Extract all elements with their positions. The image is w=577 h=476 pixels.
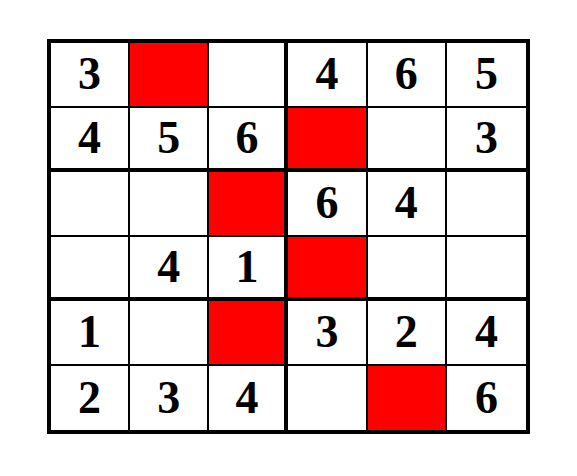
cell-r5c6[interactable]: 4 (447, 301, 526, 366)
cell-r6c4[interactable] (288, 366, 367, 431)
blocked-cell-r3c3 (209, 172, 288, 237)
cell-r4c3[interactable]: 1 (209, 237, 288, 302)
cell-r6c1[interactable]: 2 (51, 366, 130, 431)
cell-r6c6[interactable]: 6 (447, 366, 526, 431)
cell-r2c6[interactable]: 3 (447, 108, 526, 173)
cell-r3c2[interactable] (130, 172, 209, 237)
cell-r2c5[interactable] (368, 108, 447, 173)
cell-r5c4[interactable]: 3 (288, 301, 367, 366)
blocked-cell-r6c5 (368, 366, 447, 431)
blocked-cell-r2c4 (288, 108, 367, 173)
cell-r4c1[interactable] (51, 237, 130, 302)
cell-r6c3[interactable]: 4 (209, 366, 288, 431)
cell-r2c3[interactable]: 6 (209, 108, 288, 173)
cell-r5c5[interactable]: 2 (368, 301, 447, 366)
blocked-cell-r1c2 (130, 43, 209, 108)
cell-r1c1[interactable]: 3 (51, 43, 130, 108)
cell-r2c1[interactable]: 4 (51, 108, 130, 173)
cell-r5c2[interactable] (130, 301, 209, 366)
cell-r4c6[interactable] (447, 237, 526, 302)
cell-r3c6[interactable] (447, 172, 526, 237)
cell-r4c5[interactable] (368, 237, 447, 302)
cell-r6c2[interactable]: 3 (130, 366, 209, 431)
cell-r2c2[interactable]: 5 (130, 108, 209, 173)
cell-r1c4[interactable]: 4 (288, 43, 367, 108)
cell-r3c1[interactable] (51, 172, 130, 237)
cell-r1c3[interactable] (209, 43, 288, 108)
puzzle-board: 34654563644113242346 (47, 39, 530, 434)
cell-r1c6[interactable]: 5 (447, 43, 526, 108)
cell-r4c2[interactable]: 4 (130, 237, 209, 302)
cell-r3c4[interactable]: 6 (288, 172, 367, 237)
cell-r5c1[interactable]: 1 (51, 301, 130, 366)
cell-r3c5[interactable]: 4 (368, 172, 447, 237)
cell-r1c5[interactable]: 6 (368, 43, 447, 108)
blocked-cell-r5c3 (209, 301, 288, 366)
blocked-cell-r4c4 (288, 237, 367, 302)
